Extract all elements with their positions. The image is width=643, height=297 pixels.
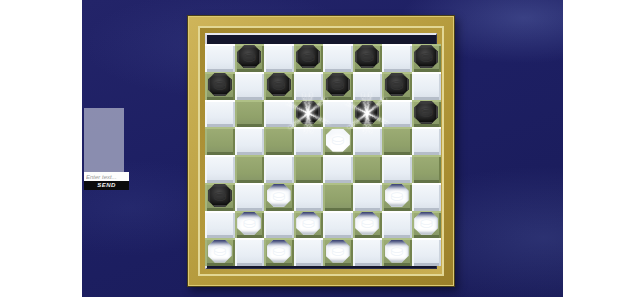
square-r4c5[interactable]: ⛀	[323, 127, 353, 155]
square-r4c2[interactable]	[235, 127, 265, 155]
chat-history-panel	[84, 108, 124, 172]
square-r5c4[interactable]	[294, 155, 324, 183]
square-r8c4[interactable]	[294, 238, 324, 266]
square-r5c6[interactable]	[353, 155, 383, 183]
square-r6c3[interactable]: ⛀	[264, 183, 294, 211]
square-r1c2[interactable]: ⛂	[235, 44, 265, 72]
chat-input[interactable]	[84, 172, 129, 181]
checkers-board: ⛂⛂⛂⛂⛂⛂⛂⛂⛂⛂⛂⛀⛂⛀⛀⛀⛀⛀⛀⛀⛀⛀⛀	[205, 44, 441, 266]
square-r3c2[interactable]	[235, 100, 265, 128]
square-r3c5[interactable]	[323, 100, 353, 128]
square-r8c8[interactable]	[412, 238, 442, 266]
black-piece[interactable]: ⛂	[355, 45, 379, 68]
white-piece[interactable]: ⛀	[326, 129, 350, 152]
black-piece[interactable]: ⛂	[208, 184, 232, 207]
black-piece[interactable]: ⛂	[414, 101, 438, 124]
square-r2c6[interactable]	[353, 72, 383, 100]
square-r7c6[interactable]: ⛀	[353, 211, 383, 239]
square-r8c6[interactable]	[353, 238, 383, 266]
square-r3c6[interactable]: ⛂	[353, 100, 383, 128]
square-r8c2[interactable]	[235, 238, 265, 266]
white-piece[interactable]: ⛀	[326, 240, 350, 263]
square-r6c6[interactable]	[353, 183, 383, 211]
square-r8c1[interactable]: ⛀	[205, 238, 235, 266]
square-r7c4[interactable]: ⛀	[294, 211, 324, 239]
square-r1c5[interactable]	[323, 44, 353, 72]
square-r6c8[interactable]	[412, 183, 442, 211]
black-piece[interactable]: ⛂	[208, 73, 232, 96]
square-r4c8[interactable]	[412, 127, 442, 155]
square-r1c7[interactable]	[382, 44, 412, 72]
square-r1c6[interactable]: ⛂	[353, 44, 383, 72]
white-piece[interactable]: ⛀	[414, 212, 438, 235]
game-canvas: SEND ⛂⛂⛂⛂⛂⛂⛂⛂⛂⛂⛂⛀⛂⛀⛀⛀⛀⛀⛀⛀⛀⛀⛀	[82, 0, 563, 297]
square-r6c1[interactable]: ⛂	[205, 183, 235, 211]
square-r2c4[interactable]	[294, 72, 324, 100]
white-piece[interactable]: ⛀	[296, 212, 320, 235]
square-r7c1[interactable]	[205, 211, 235, 239]
white-piece[interactable]: ⛀	[385, 184, 409, 207]
square-r2c1[interactable]: ⛂	[205, 72, 235, 100]
square-r4c7[interactable]	[382, 127, 412, 155]
square-r8c5[interactable]: ⛀	[323, 238, 353, 266]
square-r1c3[interactable]	[264, 44, 294, 72]
square-r2c3[interactable]: ⛂	[264, 72, 294, 100]
square-r6c4[interactable]	[294, 183, 324, 211]
white-piece[interactable]: ⛀	[267, 240, 291, 263]
black-piece[interactable]: ⛂	[296, 101, 320, 124]
square-r6c2[interactable]	[235, 183, 265, 211]
square-r7c3[interactable]	[264, 211, 294, 239]
square-r5c1[interactable]	[205, 155, 235, 183]
black-piece[interactable]: ⛂	[326, 73, 350, 96]
square-r1c4[interactable]: ⛂	[294, 44, 324, 72]
black-piece[interactable]: ⛂	[296, 45, 320, 68]
square-r1c1[interactable]	[205, 44, 235, 72]
square-r5c7[interactable]	[382, 155, 412, 183]
white-piece[interactable]: ⛀	[355, 212, 379, 235]
black-piece[interactable]: ⛂	[414, 45, 438, 68]
square-r7c8[interactable]: ⛀	[412, 211, 442, 239]
black-piece[interactable]: ⛂	[267, 73, 291, 96]
square-r4c3[interactable]	[264, 127, 294, 155]
white-piece[interactable]: ⛀	[208, 240, 232, 263]
white-piece[interactable]: ⛀	[237, 212, 261, 235]
square-r8c3[interactable]: ⛀	[264, 238, 294, 266]
square-r2c5[interactable]: ⛂	[323, 72, 353, 100]
square-r4c4[interactable]	[294, 127, 324, 155]
black-piece[interactable]: ⛂	[355, 101, 379, 124]
square-r5c3[interactable]	[264, 155, 294, 183]
square-r3c1[interactable]	[205, 100, 235, 128]
white-piece[interactable]: ⛀	[267, 184, 291, 207]
square-r4c6[interactable]	[353, 127, 383, 155]
black-piece[interactable]: ⛂	[237, 45, 261, 68]
square-r3c8[interactable]: ⛂	[412, 100, 442, 128]
square-r5c2[interactable]	[235, 155, 265, 183]
square-r7c2[interactable]: ⛀	[235, 211, 265, 239]
square-r5c5[interactable]	[323, 155, 353, 183]
square-r8c7[interactable]: ⛀	[382, 238, 412, 266]
page: SEND ⛂⛂⛂⛂⛂⛂⛂⛂⛂⛂⛂⛀⛂⛀⛀⛀⛀⛀⛀⛀⛀⛀⛀	[0, 0, 643, 297]
square-r2c7[interactable]: ⛂	[382, 72, 412, 100]
square-r2c2[interactable]	[235, 72, 265, 100]
square-r2c8[interactable]	[412, 72, 442, 100]
black-piece[interactable]: ⛂	[385, 73, 409, 96]
square-r3c7[interactable]	[382, 100, 412, 128]
square-r5c8[interactable]	[412, 155, 442, 183]
send-button[interactable]: SEND	[84, 181, 129, 190]
square-r3c4[interactable]: ⛂	[294, 100, 324, 128]
square-r7c7[interactable]	[382, 211, 412, 239]
square-r6c5[interactable]	[323, 183, 353, 211]
white-piece[interactable]: ⛀	[385, 240, 409, 263]
square-r4c1[interactable]	[205, 127, 235, 155]
square-r1c8[interactable]: ⛂	[412, 44, 442, 72]
square-r3c3[interactable]	[264, 100, 294, 128]
square-r6c7[interactable]: ⛀	[382, 183, 412, 211]
square-r7c5[interactable]	[323, 211, 353, 239]
